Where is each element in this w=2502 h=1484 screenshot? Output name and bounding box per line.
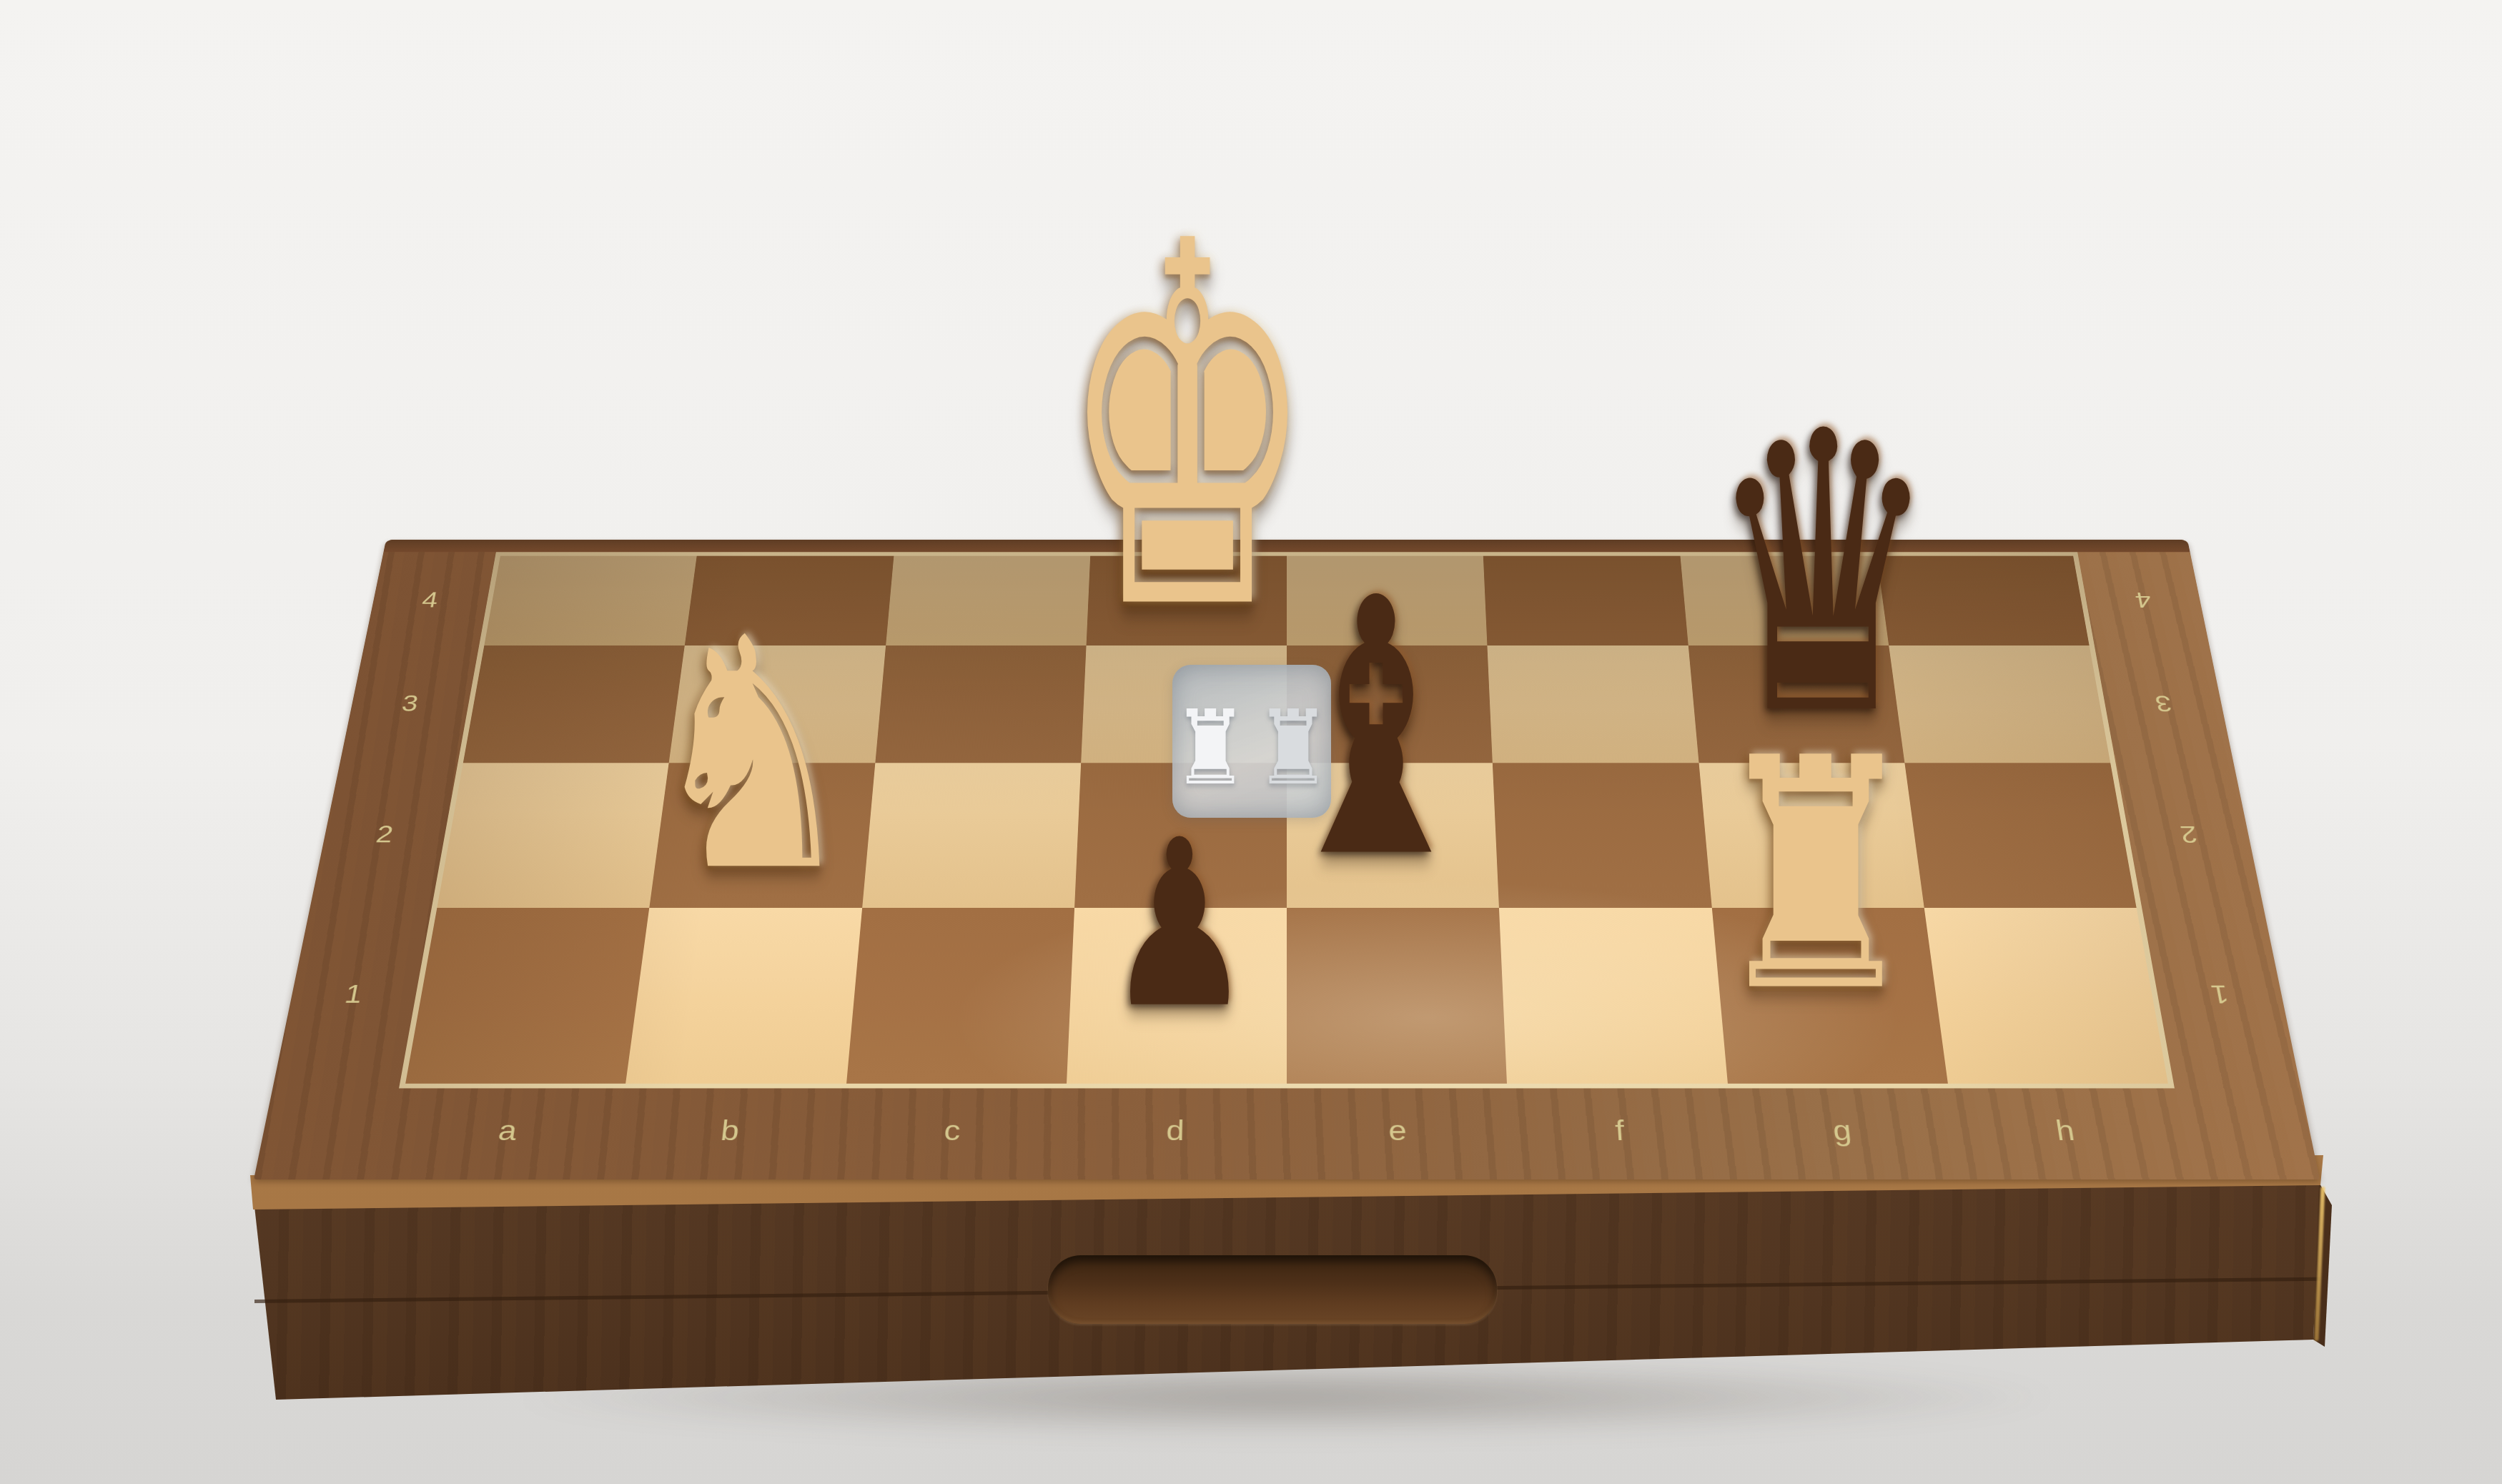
square-f3[interactable]: [1488, 645, 1699, 763]
file-label-h: h: [2053, 1114, 2077, 1147]
square-c3[interactable]: [875, 645, 1086, 763]
white-rook-g1[interactable]: ♜: [1710, 717, 1922, 1036]
square-f1[interactable]: [1499, 908, 1727, 1084]
file-label-b: b: [719, 1114, 741, 1147]
rank-label-right-2: 2: [2177, 821, 2200, 848]
rank-label-right-1: 1: [2208, 980, 2231, 1009]
square-c1[interactable]: [846, 908, 1074, 1084]
file-label-d: d: [1166, 1114, 1185, 1147]
rank-label-left-4: 4: [420, 588, 441, 612]
file-label-f: f: [1614, 1114, 1626, 1147]
rank-label-right-4: 4: [2132, 588, 2153, 612]
black-bishop-e2[interactable]: ♝: [1270, 553, 1482, 906]
file-label-a: a: [496, 1114, 520, 1147]
square-f4[interactable]: [1483, 556, 1688, 645]
square-h2[interactable]: [1904, 763, 2137, 908]
product-photo-scene: 44332211abcdefgh ♜♜ ♚♛♞♝♟♜: [0, 0, 2502, 1484]
rank-label-left-3: 3: [400, 691, 421, 716]
rank-label-right-3: 3: [2152, 691, 2174, 716]
white-knight-b2[interactable]: ♞: [646, 597, 858, 916]
square-c2[interactable]: [862, 763, 1081, 908]
square-f2[interactable]: [1493, 763, 1711, 908]
black-pawn-d1[interactable]: ♟: [1106, 810, 1253, 1040]
square-h1[interactable]: [1924, 908, 2167, 1084]
file-label-g: g: [1831, 1114, 1854, 1147]
file-label-c: c: [943, 1114, 962, 1147]
square-a1[interactable]: [405, 908, 649, 1084]
rank-label-left-1: 1: [342, 980, 365, 1009]
rank-label-left-2: 2: [374, 821, 396, 848]
file-label-e: e: [1388, 1114, 1408, 1147]
square-a2[interactable]: [437, 763, 669, 908]
box-finger-groove: [1048, 1255, 1497, 1324]
